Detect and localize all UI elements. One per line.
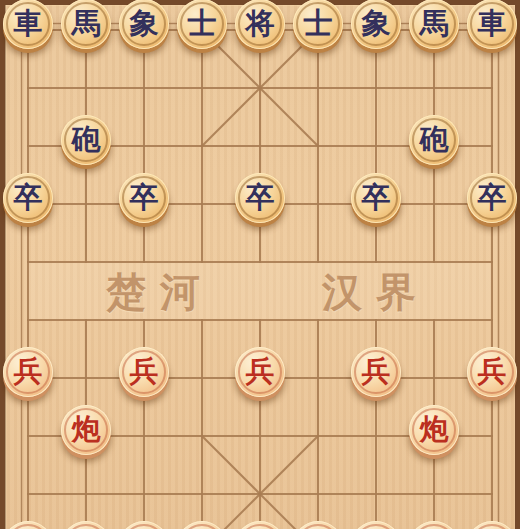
piece-red-advisor[interactable]: 仕 (293, 521, 343, 529)
piece-black-soldier[interactable]: 卒 (467, 173, 517, 223)
black-soldier-glyph: 卒 (130, 183, 159, 214)
piece-red-soldier[interactable]: 兵 (235, 347, 285, 397)
black-chariot-glyph: 車 (478, 9, 507, 40)
black-cannon-glyph: 砲 (72, 125, 101, 156)
black-advisor-glyph: 士 (188, 9, 217, 40)
piece-red-cannon[interactable]: 炮 (61, 405, 111, 455)
black-general-glyph: 将 (246, 9, 275, 40)
black-soldier-glyph: 卒 (362, 183, 391, 214)
piece-red-elephant[interactable]: 相 (119, 521, 169, 529)
black-soldier-glyph: 卒 (478, 183, 507, 214)
piece-black-chariot[interactable]: 車 (467, 0, 517, 49)
piece-red-horse[interactable]: 馬 (409, 521, 459, 529)
piece-black-elephant[interactable]: 象 (351, 0, 401, 49)
piece-black-soldier[interactable]: 卒 (119, 173, 169, 223)
piece-red-soldier[interactable]: 兵 (119, 347, 169, 397)
red-soldier-glyph: 兵 (478, 357, 507, 388)
pieces-layer: 車馬象士将士象馬車砲砲卒卒卒卒卒兵兵兵兵兵炮炮車馬相仕帥仕相馬車 (0, 0, 520, 529)
piece-red-horse[interactable]: 馬 (61, 521, 111, 529)
black-cannon-glyph: 砲 (420, 125, 449, 156)
piece-red-elephant[interactable]: 相 (351, 521, 401, 529)
piece-red-advisor[interactable]: 仕 (177, 521, 227, 529)
piece-black-general[interactable]: 将 (235, 0, 285, 49)
piece-red-cannon[interactable]: 炮 (409, 405, 459, 455)
piece-red-chariot[interactable]: 車 (467, 521, 517, 529)
piece-black-cannon[interactable]: 砲 (61, 115, 111, 165)
black-horse-glyph: 馬 (72, 9, 101, 40)
black-soldier-glyph: 卒 (14, 183, 43, 214)
piece-black-soldier[interactable]: 卒 (351, 173, 401, 223)
red-soldier-glyph: 兵 (14, 357, 43, 388)
xiangqi-app: 楚河 汉界 車馬象士将士象馬車砲砲卒卒卒卒卒兵兵兵兵兵炮炮車馬相仕帥仕相馬車 (0, 0, 520, 529)
piece-black-horse[interactable]: 馬 (61, 0, 111, 49)
piece-red-soldier[interactable]: 兵 (351, 347, 401, 397)
piece-red-chariot[interactable]: 車 (3, 521, 53, 529)
piece-red-general[interactable]: 帥 (235, 521, 285, 529)
red-cannon-glyph: 炮 (72, 415, 101, 446)
black-soldier-glyph: 卒 (246, 183, 275, 214)
piece-black-advisor[interactable]: 士 (177, 0, 227, 49)
red-soldier-glyph: 兵 (130, 357, 159, 388)
piece-red-soldier[interactable]: 兵 (3, 347, 53, 397)
piece-black-advisor[interactable]: 士 (293, 0, 343, 49)
red-soldier-glyph: 兵 (362, 357, 391, 388)
black-chariot-glyph: 車 (14, 9, 43, 40)
black-elephant-glyph: 象 (130, 9, 159, 40)
piece-black-elephant[interactable]: 象 (119, 0, 169, 49)
red-soldier-glyph: 兵 (246, 357, 275, 388)
red-cannon-glyph: 炮 (420, 415, 449, 446)
black-advisor-glyph: 士 (304, 9, 333, 40)
black-elephant-glyph: 象 (362, 9, 391, 40)
piece-black-cannon[interactable]: 砲 (409, 115, 459, 165)
black-horse-glyph: 馬 (420, 9, 449, 40)
piece-black-chariot[interactable]: 車 (3, 0, 53, 49)
piece-black-soldier[interactable]: 卒 (235, 173, 285, 223)
piece-black-horse[interactable]: 馬 (409, 0, 459, 49)
piece-black-soldier[interactable]: 卒 (3, 173, 53, 223)
piece-red-soldier[interactable]: 兵 (467, 347, 517, 397)
